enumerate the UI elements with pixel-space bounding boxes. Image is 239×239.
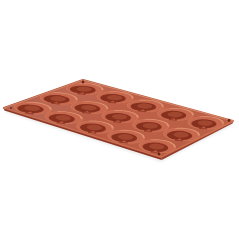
photo-canvas: Overhead-angle product photo of a terrac… [0,0,239,239]
product-photo-svg [0,0,239,239]
hanging-hole [158,153,161,156]
hanging-hole [228,119,231,122]
hanging-hole [82,81,85,84]
hanging-hole [10,107,12,109]
